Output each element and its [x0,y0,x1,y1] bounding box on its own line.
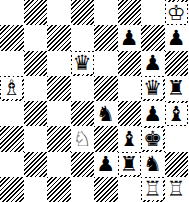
square-d2[interactable] [71,152,95,177]
square-a3[interactable] [0,126,24,151]
square-e5[interactable] [94,76,118,101]
chess-board: ♔♟♟♛♟♗♛♜♞♟♝♘♝♚♟♜♞♖♖ [0,0,188,202]
square-b1[interactable] [24,177,48,202]
square-h7[interactable]: ♟ [165,25,189,50]
square-c1[interactable] [47,177,71,202]
square-f1[interactable] [118,177,142,202]
black-pawn-piece: ♟ [95,153,116,175]
square-g8[interactable] [141,0,165,25]
square-g6[interactable]: ♟ [141,51,165,76]
square-d4[interactable] [71,101,95,126]
square-h3[interactable] [165,126,189,151]
square-h1[interactable]: ♖ [165,177,189,202]
square-c6[interactable] [47,51,71,76]
white-rook-piece: ♖ [142,178,163,200]
square-h6[interactable] [165,51,189,76]
square-a1[interactable] [0,177,24,202]
square-f4[interactable] [118,101,142,126]
square-c2[interactable] [47,152,71,177]
square-h5[interactable]: ♜ [165,76,189,101]
square-e6[interactable] [94,51,118,76]
white-rook-piece: ♖ [166,178,187,200]
square-f2[interactable]: ♜ [118,152,142,177]
square-g2[interactable]: ♞ [141,152,165,177]
square-h4[interactable]: ♝ [165,101,189,126]
square-f7[interactable]: ♟ [118,25,142,50]
white-bishop-piece: ♗ [1,77,22,99]
square-b6[interactable] [24,51,48,76]
white-king-piece: ♔ [166,2,187,24]
square-a6[interactable] [0,51,24,76]
square-b5[interactable] [24,76,48,101]
square-e3[interactable] [94,126,118,151]
square-d5[interactable] [71,76,95,101]
square-b2[interactable] [24,152,48,177]
square-g7[interactable] [141,25,165,50]
square-f5[interactable] [118,76,142,101]
square-f3[interactable]: ♝ [118,126,142,151]
square-a7[interactable] [0,25,24,50]
black-pawn-piece: ♟ [119,27,140,49]
black-king-piece: ♚ [142,128,163,150]
square-h8[interactable]: ♔ [165,0,189,25]
black-queen-piece: ♛ [142,77,163,99]
black-pawn-piece: ♟ [142,52,163,74]
square-d1[interactable] [71,177,95,202]
square-d7[interactable] [71,25,95,50]
square-d6[interactable]: ♛ [71,51,95,76]
square-c3[interactable] [47,126,71,151]
black-knight-piece: ♞ [95,103,116,125]
black-rook-piece: ♜ [166,77,187,99]
square-d8[interactable] [71,0,95,25]
square-a4[interactable] [0,101,24,126]
square-e4[interactable]: ♞ [94,101,118,126]
square-b8[interactable] [24,0,48,25]
square-g5[interactable]: ♛ [141,76,165,101]
square-c7[interactable] [47,25,71,50]
black-pawn-piece: ♟ [142,103,163,125]
black-bishop-piece: ♝ [119,128,140,150]
square-g4[interactable]: ♟ [141,101,165,126]
square-b7[interactable] [24,25,48,50]
square-e1[interactable] [94,177,118,202]
square-f6[interactable] [118,51,142,76]
white-knight-piece: ♘ [72,128,93,150]
square-g3[interactable]: ♚ [141,126,165,151]
square-e2[interactable]: ♟ [94,152,118,177]
black-rook-piece: ♜ [119,153,140,175]
square-c5[interactable] [47,76,71,101]
square-c8[interactable] [47,0,71,25]
square-e8[interactable] [94,0,118,25]
black-bishop-piece: ♝ [166,103,187,125]
square-e7[interactable] [94,25,118,50]
square-g1[interactable]: ♖ [141,177,165,202]
black-pawn-piece: ♟ [166,27,187,49]
square-b4[interactable] [24,101,48,126]
square-d3[interactable]: ♘ [71,126,95,151]
square-h2[interactable] [165,152,189,177]
square-a8[interactable] [0,0,24,25]
square-c4[interactable] [47,101,71,126]
black-queen-piece: ♛ [72,52,93,74]
square-a5[interactable]: ♗ [0,76,24,101]
square-b3[interactable] [24,126,48,151]
black-knight-piece: ♞ [142,153,163,175]
square-a2[interactable] [0,152,24,177]
square-f8[interactable] [118,0,142,25]
